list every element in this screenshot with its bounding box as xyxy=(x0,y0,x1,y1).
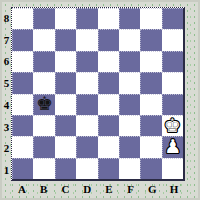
square-c4[interactable] xyxy=(55,94,76,115)
file-label-g: G xyxy=(142,182,164,196)
square-d1[interactable] xyxy=(76,158,97,179)
square-h2[interactable]: ♟ xyxy=(162,136,183,157)
square-a7[interactable] xyxy=(12,29,33,50)
square-d3[interactable] xyxy=(76,115,97,136)
file-labels: ABCDEFGH xyxy=(11,182,185,196)
square-c8[interactable] xyxy=(55,8,76,29)
square-f7[interactable] xyxy=(119,29,140,50)
square-h1[interactable] xyxy=(162,158,183,179)
square-f1[interactable] xyxy=(119,158,140,179)
white-king[interactable]: ♚ xyxy=(164,116,181,135)
square-g7[interactable] xyxy=(140,29,161,50)
rank-label-8: 8 xyxy=(2,7,11,29)
square-b2[interactable] xyxy=(33,136,54,157)
square-c6[interactable] xyxy=(55,51,76,72)
file-label-d: D xyxy=(76,182,98,196)
square-e3[interactable] xyxy=(98,115,119,136)
square-d6[interactable] xyxy=(76,51,97,72)
square-e8[interactable] xyxy=(98,8,119,29)
square-e5[interactable] xyxy=(98,72,119,93)
square-a5[interactable] xyxy=(12,72,33,93)
square-c3[interactable] xyxy=(55,115,76,136)
square-b1[interactable] xyxy=(33,158,54,179)
square-c7[interactable] xyxy=(55,29,76,50)
rank-label-3: 3 xyxy=(2,116,11,138)
file-label-f: F xyxy=(120,182,142,196)
square-d2[interactable] xyxy=(76,136,97,157)
square-b8[interactable] xyxy=(33,8,54,29)
square-f5[interactable] xyxy=(119,72,140,93)
square-a6[interactable] xyxy=(12,51,33,72)
square-g1[interactable] xyxy=(140,158,161,179)
square-g5[interactable] xyxy=(140,72,161,93)
square-h8[interactable] xyxy=(162,8,183,29)
square-f4[interactable] xyxy=(119,94,140,115)
square-b4[interactable]: ♚ xyxy=(33,94,54,115)
square-a8[interactable] xyxy=(12,8,33,29)
square-f8[interactable] xyxy=(119,8,140,29)
black-king[interactable]: ♚ xyxy=(36,94,53,113)
rank-label-2: 2 xyxy=(2,138,11,160)
rank-label-7: 7 xyxy=(2,29,11,51)
square-d4[interactable] xyxy=(76,94,97,115)
square-g4[interactable] xyxy=(140,94,161,115)
file-label-a: A xyxy=(11,182,33,196)
square-h3[interactable]: ♚ xyxy=(162,115,183,136)
file-label-c: C xyxy=(55,182,77,196)
square-g8[interactable] xyxy=(140,8,161,29)
square-h4[interactable] xyxy=(162,94,183,115)
file-label-e: E xyxy=(98,182,120,196)
file-label-h: H xyxy=(163,182,185,196)
square-a1[interactable] xyxy=(12,158,33,179)
square-g2[interactable] xyxy=(140,136,161,157)
square-a3[interactable] xyxy=(12,115,33,136)
rank-label-4: 4 xyxy=(2,94,11,116)
square-g3[interactable] xyxy=(140,115,161,136)
white-pawn[interactable]: ♟ xyxy=(164,137,181,156)
rank-label-6: 6 xyxy=(2,51,11,73)
square-b5[interactable] xyxy=(33,72,54,93)
square-d5[interactable] xyxy=(76,72,97,93)
rank-label-5: 5 xyxy=(2,72,11,94)
square-f3[interactable] xyxy=(119,115,140,136)
square-d8[interactable] xyxy=(76,8,97,29)
chess-board: ♚♚♟ xyxy=(11,7,185,181)
square-e4[interactable] xyxy=(98,94,119,115)
square-e2[interactable] xyxy=(98,136,119,157)
square-e6[interactable] xyxy=(98,51,119,72)
square-f2[interactable] xyxy=(119,136,140,157)
square-h5[interactable] xyxy=(162,72,183,93)
file-label-b: B xyxy=(33,182,55,196)
rank-labels: 87654321 xyxy=(2,7,11,181)
square-e7[interactable] xyxy=(98,29,119,50)
rank-label-1: 1 xyxy=(2,159,11,181)
square-c5[interactable] xyxy=(55,72,76,93)
chess-diagram: ♚♚♟ 87654321 ABCDEFGH xyxy=(0,0,200,200)
square-c1[interactable] xyxy=(55,158,76,179)
square-a4[interactable] xyxy=(12,94,33,115)
square-e1[interactable] xyxy=(98,158,119,179)
square-c2[interactable] xyxy=(55,136,76,157)
square-g6[interactable] xyxy=(140,51,161,72)
square-a2[interactable] xyxy=(12,136,33,157)
square-h7[interactable] xyxy=(162,29,183,50)
square-b7[interactable] xyxy=(33,29,54,50)
square-b3[interactable] xyxy=(33,115,54,136)
square-b6[interactable] xyxy=(33,51,54,72)
square-d7[interactable] xyxy=(76,29,97,50)
square-f6[interactable] xyxy=(119,51,140,72)
square-h6[interactable] xyxy=(162,51,183,72)
